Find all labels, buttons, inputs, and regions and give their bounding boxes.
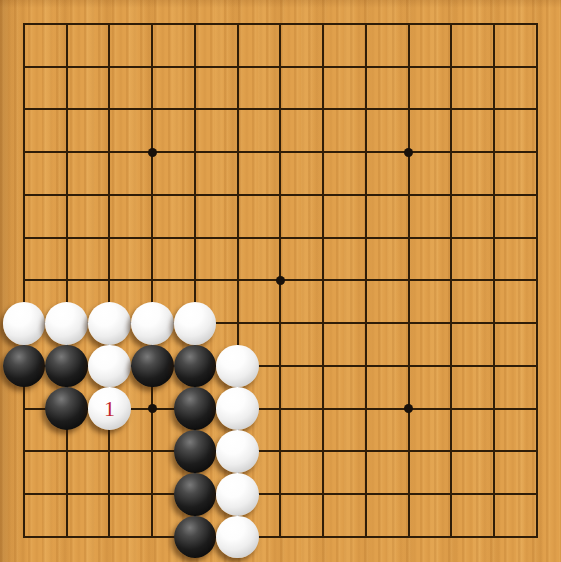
intersection[interactable]: [516, 131, 559, 174]
intersection[interactable]: [516, 174, 559, 217]
go-board-stage: 1: [0, 0, 561, 562]
intersection[interactable]: [45, 131, 88, 174]
intersection[interactable]: [45, 302, 88, 345]
intersection[interactable]: [302, 516, 345, 559]
intersection[interactable]: [216, 216, 259, 259]
intersection[interactable]: [345, 430, 388, 473]
intersection[interactable]: [3, 45, 46, 88]
intersection[interactable]: [473, 259, 516, 302]
intersection[interactable]: [88, 516, 131, 559]
intersection[interactable]: [516, 430, 559, 473]
intersection[interactable]: [473, 516, 516, 559]
intersection[interactable]: [302, 3, 345, 46]
intersection[interactable]: [387, 516, 430, 559]
black-stone: [174, 516, 217, 559]
intersection[interactable]: [259, 430, 302, 473]
intersection[interactable]: [3, 216, 46, 259]
intersection[interactable]: [430, 174, 473, 217]
intersection[interactable]: [88, 302, 131, 345]
intersection[interactable]: [302, 430, 345, 473]
intersection[interactable]: [430, 387, 473, 430]
intersection[interactable]: [45, 174, 88, 217]
intersection[interactable]: [473, 216, 516, 259]
intersection[interactable]: [174, 174, 217, 217]
intersection[interactable]: [174, 516, 217, 559]
intersection[interactable]: [302, 174, 345, 217]
intersection[interactable]: [516, 45, 559, 88]
intersection[interactable]: [3, 3, 46, 46]
intersection[interactable]: [174, 387, 217, 430]
intersection[interactable]: [387, 473, 430, 516]
intersection[interactable]: [88, 174, 131, 217]
intersection[interactable]: [131, 174, 174, 217]
intersection[interactable]: [473, 174, 516, 217]
white-stone: 1: [88, 387, 131, 430]
intersection[interactable]: [131, 345, 174, 388]
white-stone: [216, 387, 259, 430]
intersection[interactable]: [259, 174, 302, 217]
intersection[interactable]: [430, 45, 473, 88]
white-stone: [216, 473, 259, 516]
intersection[interactable]: [430, 259, 473, 302]
intersection[interactable]: [45, 216, 88, 259]
intersection[interactable]: [216, 387, 259, 430]
intersection[interactable]: [131, 3, 174, 46]
intersection[interactable]: [430, 516, 473, 559]
intersection[interactable]: [302, 88, 345, 131]
intersection[interactable]: [259, 259, 302, 302]
intersection[interactable]: [3, 345, 46, 388]
intersection[interactable]: [216, 259, 259, 302]
intersection[interactable]: [216, 516, 259, 559]
intersection[interactable]: [216, 3, 259, 46]
intersection[interactable]: [88, 345, 131, 388]
white-stone: [88, 302, 131, 345]
intersection[interactable]: [45, 45, 88, 88]
star-point: [148, 148, 157, 157]
intersection[interactable]: [88, 3, 131, 46]
intersection[interactable]: [345, 345, 388, 388]
intersection[interactable]: [3, 131, 46, 174]
intersection[interactable]: [3, 174, 46, 217]
intersection[interactable]: [45, 345, 88, 388]
intersection[interactable]: [387, 174, 430, 217]
intersection[interactable]: [88, 259, 131, 302]
intersection[interactable]: [345, 3, 388, 46]
intersection[interactable]: [174, 259, 217, 302]
white-stone: [216, 430, 259, 473]
intersection[interactable]: [430, 302, 473, 345]
white-stone: [216, 345, 259, 388]
star-point: [404, 404, 413, 413]
white-stone: [131, 302, 174, 345]
intersection[interactable]: [516, 473, 559, 516]
black-stone: [45, 345, 88, 388]
intersection[interactable]: [516, 259, 559, 302]
intersection[interactable]: [259, 345, 302, 388]
intersection[interactable]: [3, 473, 46, 516]
star-point: [276, 276, 285, 285]
intersection[interactable]: [387, 45, 430, 88]
intersection[interactable]: [259, 131, 302, 174]
intersection[interactable]: [473, 302, 516, 345]
white-stone: [88, 345, 131, 388]
intersection[interactable]: [387, 3, 430, 46]
intersection[interactable]: [473, 430, 516, 473]
intersection[interactable]: [387, 430, 430, 473]
intersection[interactable]: [45, 516, 88, 559]
intersection[interactable]: [174, 430, 217, 473]
intersection[interactable]: [473, 45, 516, 88]
intersection[interactable]: [473, 473, 516, 516]
intersection[interactable]: [345, 473, 388, 516]
intersection[interactable]: [516, 387, 559, 430]
intersection[interactable]: [345, 387, 388, 430]
intersection[interactable]: [174, 45, 217, 88]
intersection[interactable]: [259, 387, 302, 430]
intersection[interactable]: [387, 88, 430, 131]
intersection[interactable]: [345, 131, 388, 174]
intersection[interactable]: [387, 345, 430, 388]
intersection[interactable]: [387, 216, 430, 259]
intersection[interactable]: [174, 216, 217, 259]
intersection[interactable]: [473, 3, 516, 46]
intersection[interactable]: [174, 345, 217, 388]
intersection[interactable]: [3, 516, 46, 559]
black-stone: [131, 345, 174, 388]
intersection[interactable]: [216, 302, 259, 345]
intersection[interactable]: [302, 216, 345, 259]
white-stone: [3, 302, 46, 345]
intersection[interactable]: [131, 473, 174, 516]
intersection[interactable]: [88, 131, 131, 174]
intersection[interactable]: [516, 302, 559, 345]
intersection[interactable]: [45, 387, 88, 430]
intersection[interactable]: [174, 473, 217, 516]
intersection[interactable]: [302, 259, 345, 302]
intersection[interactable]: [45, 3, 88, 46]
intersection[interactable]: [259, 473, 302, 516]
intersection[interactable]: 1: [88, 387, 131, 430]
intersection[interactable]: [131, 216, 174, 259]
intersection[interactable]: [3, 302, 46, 345]
intersection[interactable]: [430, 473, 473, 516]
intersection[interactable]: [345, 259, 388, 302]
star-point: [148, 404, 157, 413]
intersection[interactable]: [473, 345, 516, 388]
intersection[interactable]: [430, 88, 473, 131]
intersection[interactable]: [131, 516, 174, 559]
intersection[interactable]: [3, 88, 46, 131]
intersection[interactable]: [216, 345, 259, 388]
intersection[interactable]: [131, 430, 174, 473]
intersection[interactable]: [430, 430, 473, 473]
intersection[interactable]: [516, 3, 559, 46]
white-stone: [174, 302, 217, 345]
intersection[interactable]: [302, 387, 345, 430]
intersection[interactable]: [131, 45, 174, 88]
intersection[interactable]: [216, 473, 259, 516]
intersection[interactable]: [88, 473, 131, 516]
intersection[interactable]: [259, 216, 302, 259]
intersection[interactable]: [216, 88, 259, 131]
intersection[interactable]: [259, 3, 302, 46]
intersection[interactable]: [174, 88, 217, 131]
intersection[interactable]: [174, 3, 217, 46]
intersection[interactable]: [88, 45, 131, 88]
intersection[interactable]: [259, 45, 302, 88]
intersection[interactable]: [216, 45, 259, 88]
intersection[interactable]: [345, 45, 388, 88]
intersection[interactable]: [516, 345, 559, 388]
intersection[interactable]: [3, 430, 46, 473]
intersection[interactable]: [216, 131, 259, 174]
black-stone: [3, 345, 46, 388]
intersection[interactable]: [88, 430, 131, 473]
intersection[interactable]: [131, 259, 174, 302]
intersection[interactable]: [387, 131, 430, 174]
intersection[interactable]: [345, 88, 388, 131]
intersection[interactable]: [45, 88, 88, 131]
intersection[interactable]: [45, 430, 88, 473]
intersection[interactable]: [131, 88, 174, 131]
intersection[interactable]: [88, 216, 131, 259]
intersection[interactable]: [259, 516, 302, 559]
intersection[interactable]: [387, 259, 430, 302]
intersection[interactable]: [302, 45, 345, 88]
intersection[interactable]: [345, 174, 388, 217]
intersection[interactable]: [345, 302, 388, 345]
black-stone: [174, 345, 217, 388]
intersection[interactable]: [387, 387, 430, 430]
intersection[interactable]: [516, 516, 559, 559]
intersection[interactable]: [45, 473, 88, 516]
intersection[interactable]: [302, 302, 345, 345]
intersection[interactable]: [45, 259, 88, 302]
intersection[interactable]: [516, 216, 559, 259]
intersection[interactable]: [430, 131, 473, 174]
black-stone: [174, 430, 217, 473]
intersection[interactable]: [174, 302, 217, 345]
intersection[interactable]: [387, 302, 430, 345]
intersection[interactable]: [302, 345, 345, 388]
intersection[interactable]: [473, 88, 516, 131]
intersection[interactable]: [473, 131, 516, 174]
intersection[interactable]: [473, 387, 516, 430]
intersection[interactable]: [516, 88, 559, 131]
black-stone: [174, 387, 217, 430]
intersection[interactable]: [302, 473, 345, 516]
white-stone: [216, 516, 259, 559]
intersection[interactable]: [345, 216, 388, 259]
intersection[interactable]: [430, 216, 473, 259]
intersection[interactable]: [131, 387, 174, 430]
star-point: [404, 148, 413, 157]
intersection[interactable]: [88, 88, 131, 131]
intersection[interactable]: [259, 302, 302, 345]
intersection[interactable]: [430, 345, 473, 388]
intersection[interactable]: [3, 259, 46, 302]
intersection[interactable]: [302, 131, 345, 174]
intersection[interactable]: [174, 131, 217, 174]
intersection[interactable]: [131, 302, 174, 345]
intersection[interactable]: [3, 387, 46, 430]
intersection[interactable]: [430, 3, 473, 46]
intersection[interactable]: [259, 88, 302, 131]
white-stone: [45, 302, 88, 345]
intersection[interactable]: [216, 430, 259, 473]
intersection[interactable]: [345, 516, 388, 559]
intersection[interactable]: [216, 174, 259, 217]
black-stone: [174, 473, 217, 516]
black-stone: [45, 387, 88, 430]
intersection[interactable]: [131, 131, 174, 174]
board-grid: 1: [3, 3, 559, 559]
move-number-label: 1: [88, 397, 131, 419]
